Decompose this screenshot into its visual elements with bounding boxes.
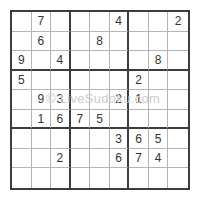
cell-r7c8[interactable]: 5	[149, 129, 169, 149]
cell-r7c4[interactable]	[71, 129, 91, 149]
cell-r9c7[interactable]	[129, 168, 149, 188]
cell-r4c2[interactable]	[32, 71, 52, 91]
cell-r2c7[interactable]	[129, 32, 149, 52]
cell-r4c5[interactable]	[90, 71, 110, 91]
cell-r3c2[interactable]	[32, 51, 52, 71]
cell-r1c5[interactable]	[90, 12, 110, 32]
sudoku-puzzle-page: 7426894852932116753652674 © LiveSudoku.c…	[0, 0, 200, 200]
cell-r6c6[interactable]	[110, 110, 130, 130]
cell-r2c5[interactable]: 8	[90, 32, 110, 52]
cell-r9c2[interactable]	[32, 168, 52, 188]
cell-r6c7[interactable]	[129, 110, 149, 130]
cell-r3c9[interactable]	[168, 51, 188, 71]
cell-r9c8[interactable]	[149, 168, 169, 188]
cell-r7c6[interactable]: 3	[110, 129, 130, 149]
cell-r4c4[interactable]	[71, 71, 91, 91]
cell-r3c1[interactable]: 9	[12, 51, 32, 71]
cell-r4c1[interactable]: 5	[12, 71, 32, 91]
cell-r9c9[interactable]	[168, 168, 188, 188]
cell-r8c4[interactable]	[71, 149, 91, 169]
cell-r3c3[interactable]: 4	[51, 51, 71, 71]
cell-r9c6[interactable]	[110, 168, 130, 188]
cell-r5c1[interactable]	[12, 90, 32, 110]
cell-r5c4[interactable]	[71, 90, 91, 110]
cell-r4c7[interactable]: 2	[129, 71, 149, 91]
cell-r5c5[interactable]	[90, 90, 110, 110]
cell-r8c5[interactable]	[90, 149, 110, 169]
cell-r2c3[interactable]	[51, 32, 71, 52]
cell-r5c8[interactable]	[149, 90, 169, 110]
cell-r1c2[interactable]: 7	[32, 12, 52, 32]
cell-r3c4[interactable]	[71, 51, 91, 71]
cell-r4c6[interactable]	[110, 71, 130, 91]
cell-r7c9[interactable]	[168, 129, 188, 149]
cell-r6c5[interactable]: 5	[90, 110, 110, 130]
cell-r7c2[interactable]	[32, 129, 52, 149]
cell-r2c6[interactable]	[110, 32, 130, 52]
cell-r8c9[interactable]	[168, 149, 188, 169]
cell-r7c1[interactable]	[12, 129, 32, 149]
cell-r5c9[interactable]	[168, 90, 188, 110]
cell-r3c7[interactable]	[129, 51, 149, 71]
cell-r6c8[interactable]	[149, 110, 169, 130]
cell-r8c8[interactable]: 4	[149, 149, 169, 169]
cell-r6c1[interactable]	[12, 110, 32, 130]
cell-r4c3[interactable]	[51, 71, 71, 91]
cell-r8c2[interactable]	[32, 149, 52, 169]
cell-r1c1[interactable]	[12, 12, 32, 32]
cell-r8c3[interactable]: 2	[51, 149, 71, 169]
cell-r2c4[interactable]	[71, 32, 91, 52]
cell-r7c7[interactable]: 6	[129, 129, 149, 149]
cell-r1c3[interactable]	[51, 12, 71, 32]
cell-r9c4[interactable]	[71, 168, 91, 188]
cell-r9c1[interactable]	[12, 168, 32, 188]
cell-r1c8[interactable]	[149, 12, 169, 32]
sudoku-board: 7426894852932116753652674	[10, 10, 190, 190]
cell-r7c3[interactable]	[51, 129, 71, 149]
cell-r1c9[interactable]: 2	[168, 12, 188, 32]
cell-r5c2[interactable]: 9	[32, 90, 52, 110]
cell-r6c4[interactable]: 7	[71, 110, 91, 130]
cell-r8c6[interactable]: 6	[110, 149, 130, 169]
cell-r5c7[interactable]: 1	[129, 90, 149, 110]
cell-r1c6[interactable]: 4	[110, 12, 130, 32]
cell-r8c7[interactable]: 7	[129, 149, 149, 169]
cell-r4c8[interactable]	[149, 71, 169, 91]
cell-r1c4[interactable]	[71, 12, 91, 32]
cell-r4c9[interactable]	[168, 71, 188, 91]
cell-r3c6[interactable]	[110, 51, 130, 71]
cell-r2c2[interactable]: 6	[32, 32, 52, 52]
cell-r3c5[interactable]	[90, 51, 110, 71]
cell-r6c2[interactable]: 1	[32, 110, 52, 130]
cell-r9c3[interactable]	[51, 168, 71, 188]
cell-r9c5[interactable]	[90, 168, 110, 188]
cell-r2c9[interactable]	[168, 32, 188, 52]
cell-r3c8[interactable]: 8	[149, 51, 169, 71]
cell-r6c9[interactable]	[168, 110, 188, 130]
cell-r5c3[interactable]: 3	[51, 90, 71, 110]
cell-r2c8[interactable]	[149, 32, 169, 52]
cell-r8c1[interactable]	[12, 149, 32, 169]
cell-r1c7[interactable]	[129, 12, 149, 32]
cell-r2c1[interactable]	[12, 32, 32, 52]
cell-r5c6[interactable]: 2	[110, 90, 130, 110]
cell-r7c5[interactable]	[90, 129, 110, 149]
cell-r6c3[interactable]: 6	[51, 110, 71, 130]
